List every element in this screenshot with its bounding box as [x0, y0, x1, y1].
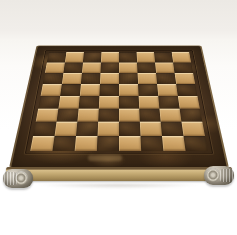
square — [137, 52, 155, 62]
square — [98, 122, 119, 136]
square — [100, 62, 119, 73]
square — [41, 84, 62, 96]
square — [119, 52, 137, 62]
product-photo-background — [0, 0, 237, 235]
square — [158, 96, 179, 109]
square — [156, 73, 176, 84]
square — [63, 62, 83, 73]
board-frame — [9, 45, 229, 168]
square — [178, 96, 200, 109]
square — [99, 96, 119, 109]
square — [98, 108, 119, 121]
square — [137, 62, 156, 73]
square — [162, 136, 186, 151]
square — [62, 73, 82, 84]
square — [38, 96, 60, 109]
front-rail-wear-mark — [88, 155, 122, 161]
square — [155, 62, 175, 73]
square — [140, 122, 162, 136]
square — [119, 122, 140, 136]
square — [45, 62, 65, 73]
square — [36, 108, 59, 121]
square — [175, 73, 196, 84]
square — [81, 73, 101, 84]
square — [183, 136, 207, 151]
square — [139, 96, 160, 109]
square — [180, 108, 203, 121]
square — [100, 73, 119, 84]
square — [181, 122, 204, 136]
square — [99, 84, 119, 96]
board-grid — [30, 52, 208, 150]
square — [57, 108, 79, 121]
square — [43, 73, 64, 84]
square — [65, 52, 84, 62]
square — [77, 108, 98, 121]
square — [76, 122, 98, 136]
square — [33, 122, 56, 136]
square — [139, 108, 160, 121]
board-front-edge — [6, 167, 232, 181]
square — [154, 52, 173, 62]
board-foot-left — [3, 169, 33, 188]
square — [176, 84, 197, 96]
board-shadow — [16, 184, 221, 190]
square — [58, 96, 79, 109]
square — [119, 136, 141, 151]
square — [159, 108, 181, 121]
square — [173, 62, 193, 73]
square — [161, 122, 184, 136]
square — [172, 52, 191, 62]
square — [140, 136, 163, 151]
square — [83, 52, 101, 62]
square — [80, 84, 100, 96]
square — [119, 84, 139, 96]
square — [60, 84, 81, 96]
square — [55, 122, 78, 136]
square — [119, 96, 139, 109]
chess-board — [9, 45, 229, 168]
square — [79, 96, 100, 109]
square — [119, 73, 138, 84]
square — [101, 52, 119, 62]
square — [30, 136, 54, 151]
square — [157, 84, 178, 96]
square — [138, 73, 158, 84]
square — [119, 108, 140, 121]
board-foot-right — [204, 166, 234, 185]
square — [82, 62, 101, 73]
square — [138, 84, 158, 96]
square — [119, 62, 138, 73]
square — [47, 52, 66, 62]
square — [75, 136, 98, 151]
square — [97, 136, 119, 151]
square — [52, 136, 76, 151]
